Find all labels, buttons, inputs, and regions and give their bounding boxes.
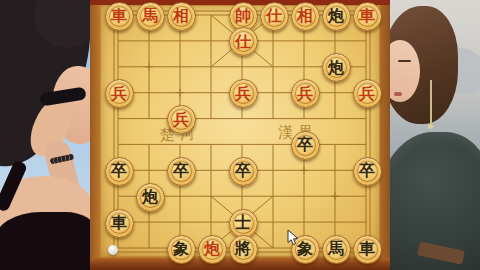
piece-black-soldier[interactable]: 卒 xyxy=(291,131,320,160)
piece-red-chariot[interactable]: 車 xyxy=(105,2,134,31)
right-photo-panel xyxy=(390,0,480,270)
piece-black-cannon[interactable]: 炮 xyxy=(136,183,165,212)
piece-black-soldier[interactable]: 卒 xyxy=(229,157,258,186)
right-woman-lips xyxy=(394,92,402,96)
piece-black-cannon[interactable]: 炮 xyxy=(322,2,351,31)
piece-black-elephant[interactable]: 象 xyxy=(167,235,196,264)
piece-red-advisor[interactable]: 仕 xyxy=(229,27,258,56)
earring-pendant xyxy=(428,124,433,129)
piece-red-chariot[interactable]: 車 xyxy=(353,2,382,31)
piece-red-soldier[interactable]: 兵 xyxy=(167,105,196,134)
piece-black-chariot[interactable]: 車 xyxy=(353,235,382,264)
piece-red-advisor[interactable]: 仕 xyxy=(260,2,289,31)
piece-red-soldier[interactable]: 兵 xyxy=(105,79,134,108)
piece-black-soldier[interactable]: 卒 xyxy=(105,157,134,186)
piece-red-soldier[interactable]: 兵 xyxy=(291,79,320,108)
pearl-dot xyxy=(108,245,118,255)
piece-black-soldier[interactable]: 卒 xyxy=(353,157,382,186)
right-woman-eyebrow xyxy=(398,60,411,62)
piece-red-soldier[interactable]: 兵 xyxy=(353,79,382,108)
mouse-cursor-icon xyxy=(287,229,300,246)
piece-red-horse[interactable]: 馬 xyxy=(136,2,165,31)
piece-red-general[interactable]: 帥 xyxy=(229,2,258,31)
piece-black-cannon[interactable]: 炮 xyxy=(322,53,351,82)
piece-black-advisor[interactable]: 士 xyxy=(229,209,258,238)
earring xyxy=(430,80,432,126)
piece-red-cannon[interactable]: 炮 xyxy=(198,235,227,264)
piece-black-chariot[interactable]: 車 xyxy=(105,209,134,238)
xiangqi-board[interactable]: 楚河 漢界 車馬相帥仕相炮車仕炮兵兵兵兵兵卒卒卒卒卒炮車士象炮將象馬車 xyxy=(90,0,390,270)
piece-black-general[interactable]: 將 xyxy=(229,235,258,264)
piece-red-elephant[interactable]: 相 xyxy=(167,2,196,31)
left-woman-black-top xyxy=(0,212,90,270)
piece-red-soldier[interactable]: 兵 xyxy=(229,79,258,108)
video-frame: 楚河 漢界 車馬相帥仕相炮車仕炮兵兵兵兵兵卒卒卒卒卒炮車士象炮將象馬車 xyxy=(0,0,480,270)
piece-red-elephant[interactable]: 相 xyxy=(291,2,320,31)
piece-black-soldier[interactable]: 卒 xyxy=(167,157,196,186)
pieces-layer: 車馬相帥仕相炮車仕炮兵兵兵兵兵卒卒卒卒卒炮車士象炮將象馬車 xyxy=(90,0,390,270)
piece-black-horse[interactable]: 馬 xyxy=(322,235,351,264)
left-photo-panel xyxy=(0,0,90,270)
